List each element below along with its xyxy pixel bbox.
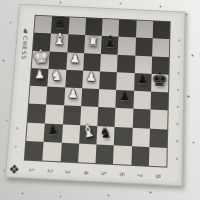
square-b3[interactable] (45, 105, 64, 124)
square-h1[interactable] (149, 147, 167, 167)
square-e7[interactable]: ♝ (101, 36, 119, 54)
square-a6[interactable]: ♚ (32, 50, 50, 68)
square-b1[interactable] (43, 142, 62, 162)
square-e5[interactable] (99, 71, 117, 90)
square-c3[interactable] (62, 106, 80, 125)
square-f6[interactable] (117, 54, 135, 72)
square-f2[interactable] (114, 126, 132, 146)
square-c2[interactable] (61, 124, 80, 143)
chess-board-grid: ♛♝♜♝♚♟♟♞♟♟♚♟♟♟♝♞ (24, 15, 171, 168)
piece-black-queen-b8[interactable]: ♛ (53, 15, 68, 31)
square-c7[interactable] (67, 35, 85, 53)
piece-black-bishop-e7[interactable]: ♝ (103, 34, 118, 50)
right-edge-ticks (176, 25, 181, 164)
coordinate-label-8: 8 (154, 166, 163, 185)
piece-white-pawn-c4[interactable]: ♟ (67, 88, 78, 100)
square-g3[interactable] (132, 109, 150, 128)
square-c5[interactable] (65, 70, 83, 89)
brand-label: CHESS (20, 36, 29, 60)
piece-white-pawn-c6[interactable]: ♟ (69, 52, 80, 64)
square-g7[interactable] (135, 38, 153, 56)
square-e4[interactable] (98, 89, 116, 108)
piece-black-pawn-g5[interactable]: ♟ (137, 73, 148, 85)
square-a8[interactable] (34, 16, 52, 34)
left-edge-ticks (14, 111, 19, 152)
square-a2[interactable] (26, 122, 45, 141)
square-e2[interactable]: ♞ (96, 126, 114, 145)
square-g4[interactable] (133, 91, 151, 110)
compass-rosette-icon: ❖ (8, 163, 20, 176)
square-c8[interactable] (68, 17, 86, 35)
square-c4[interactable]: ♟ (64, 87, 82, 106)
square-f5[interactable] (116, 72, 134, 91)
square-d5[interactable]: ♟ (82, 70, 100, 89)
square-a4[interactable] (29, 86, 48, 105)
coordinate-label-1: 1 (28, 160, 36, 179)
square-d4[interactable] (81, 88, 99, 107)
square-g5[interactable]: ♟ (134, 73, 152, 92)
square-d1[interactable] (78, 143, 97, 163)
square-g2[interactable] (132, 127, 150, 147)
square-h3[interactable] (150, 110, 168, 129)
square-d2[interactable]: ♝ (79, 125, 97, 144)
square-c1[interactable] (60, 142, 79, 162)
square-g8[interactable] (136, 20, 153, 38)
piece-black-king-h5[interactable]: ♚ (151, 70, 168, 89)
square-b7[interactable]: ♝ (50, 34, 68, 52)
square-a3[interactable] (28, 104, 47, 123)
square-b5[interactable]: ♞ (48, 69, 66, 88)
square-a5[interactable]: ♟ (30, 68, 48, 87)
piece-black-pawn-f4[interactable]: ♟ (119, 90, 130, 102)
square-f8[interactable] (119, 20, 137, 38)
knight-icon: ♞ (21, 27, 29, 36)
piece-white-rook-d7[interactable]: ♜ (87, 35, 99, 48)
square-b2[interactable]: ♟ (44, 123, 63, 142)
coordinate-label-5: 5 (100, 164, 109, 183)
piece-black-knight-e2[interactable]: ♞ (99, 125, 112, 140)
square-f3[interactable] (115, 108, 133, 127)
square-h8[interactable] (152, 21, 169, 39)
square-e1[interactable] (96, 144, 114, 164)
piece-white-king-a6[interactable]: ♚ (32, 47, 50, 67)
square-f4[interactable]: ♟ (116, 90, 134, 109)
square-b4[interactable] (46, 87, 64, 106)
square-g1[interactable] (131, 146, 149, 166)
square-a1[interactable] (25, 141, 44, 161)
coordinate-label-4: 4 (82, 163, 90, 182)
piece-white-pawn-a5[interactable]: ♟ (34, 68, 45, 80)
square-h2[interactable] (149, 128, 167, 148)
coordinate-label-6: 6 (118, 164, 127, 183)
coordinate-label-3: 3 (64, 162, 72, 181)
coordinate-label-2: 2 (46, 161, 54, 180)
square-c6[interactable]: ♟ (66, 52, 84, 70)
photo-chessboard-scene: ♛♝♜♝♚♟♟♞♟♟♚♟♟♟♝♞ 12345678 ♞ CHESS ❖ (0, 0, 200, 200)
coordinate-label-7: 7 (136, 165, 145, 184)
square-h4[interactable] (150, 92, 168, 111)
piece-white-bishop-d2[interactable]: ♝ (80, 122, 98, 141)
square-h7[interactable] (152, 39, 169, 57)
piece-black-pawn-b2[interactable]: ♟ (47, 123, 59, 136)
board-brand: ♞ CHESS (17, 27, 31, 60)
piece-white-pawn-d5[interactable]: ♟ (85, 71, 96, 83)
square-f7[interactable] (118, 37, 136, 55)
chess-mat: ♛♝♜♝♚♟♟♞♟♟♚♟♟♟♝♞ 12345678 ♞ CHESS ❖ (5, 4, 186, 187)
square-d7[interactable]: ♜ (84, 35, 102, 53)
square-d6[interactable] (83, 53, 101, 71)
piece-white-knight-b5[interactable]: ♞ (50, 68, 63, 82)
square-f1[interactable] (113, 145, 131, 165)
square-h5[interactable]: ♚ (151, 74, 169, 93)
square-e6[interactable] (100, 54, 118, 72)
piece-white-bishop-b7[interactable]: ♝ (52, 32, 67, 48)
square-g6[interactable] (134, 55, 152, 74)
background-speckles (0, 0, 1, 1)
